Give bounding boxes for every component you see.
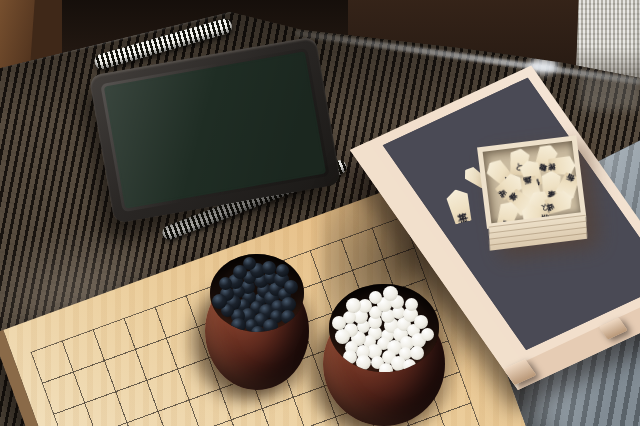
white-go-stone [383, 286, 398, 301]
photo-canvas: 金と飛車玉将銀将歩兵桂馬香車角行金将と金歩兵桂馬歩兵 王将 [0, 0, 640, 426]
shogi-piece-kanji: 銀将 [528, 173, 536, 176]
basket-reflection [580, 74, 640, 110]
shogi-piece-kanji: 歩兵 [507, 184, 512, 190]
shogi-piece-kanji: 歩兵 [534, 212, 537, 220]
othello-grid [104, 51, 326, 209]
white-go-stone [379, 363, 393, 372]
shogi-board-foot [599, 318, 628, 340]
black-go-stone [262, 261, 276, 275]
shogi-piece-kanji: 金将 [518, 200, 523, 206]
black-stones-heap [210, 254, 304, 332]
shogi-piece-kanji: 王将 [455, 205, 465, 207]
go-bowl-white [323, 280, 445, 426]
shogi-piece-kanji: 歩兵 [557, 199, 560, 206]
shogi-piece-kanji: と [515, 158, 524, 167]
black-go-stone [284, 280, 298, 294]
black-go-stone [219, 277, 232, 290]
white-go-stone [346, 298, 361, 313]
shogi-piece-kanji: 桂馬 [504, 213, 512, 215]
shogi-piece-kanji: 金 [496, 169, 502, 175]
shogi-piece-kanji: 角行 [564, 185, 571, 188]
piece-box-interior: 金と飛車玉将銀将歩兵桂馬香車角行金将と金歩兵桂馬歩兵 [477, 135, 586, 229]
black-go-stone [212, 294, 227, 309]
white-stones-heap [329, 284, 439, 372]
shogi-piece-box: 金と飛車玉将銀将歩兵桂馬香車角行金将と金歩兵桂馬歩兵 [477, 135, 589, 250]
go-bowl-black [205, 250, 309, 390]
white-go-stone [421, 328, 434, 341]
shogi-piece-kanji: 桂馬 [526, 189, 534, 191]
black-go-stone [276, 264, 289, 277]
white-go-stone [405, 298, 418, 311]
shogi-piece-kanji: 飛車 [542, 156, 549, 159]
white-go-stone [410, 346, 424, 360]
